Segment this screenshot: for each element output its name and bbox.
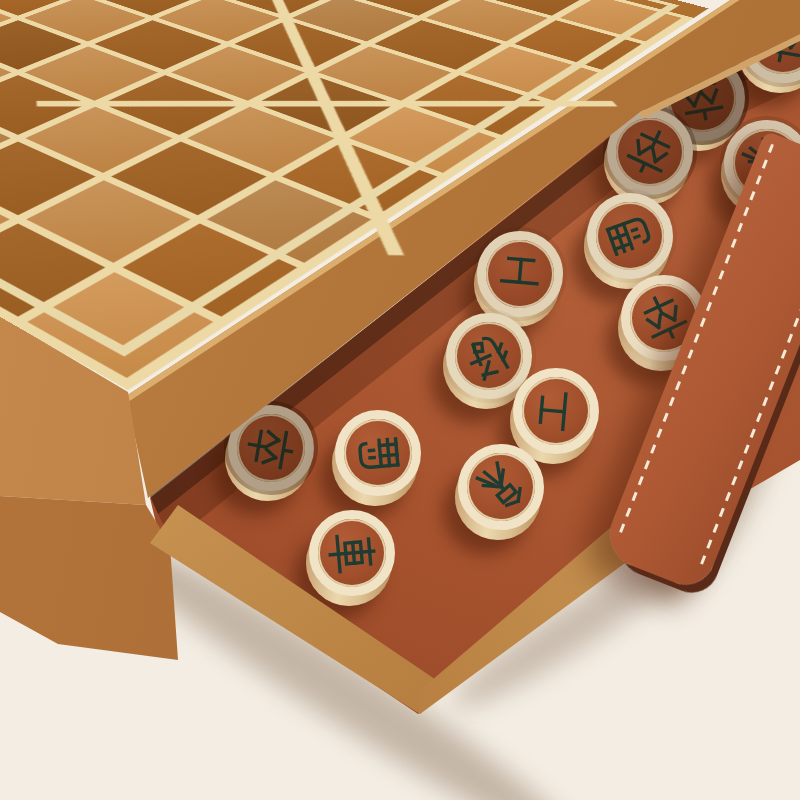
xiangqi-piece-馬 <box>335 410 421 496</box>
xiangqi-piece-車 <box>309 510 395 596</box>
xiangqi-piece-象 <box>458 444 544 530</box>
xiangqi-piece-士 <box>477 231 563 317</box>
product-photo-xiangqi-box <box>0 0 800 800</box>
xiangqi-piece-馬 <box>587 193 673 279</box>
xiangqi-piece-士 <box>513 368 599 454</box>
piece-shadow-overlay <box>583 189 677 283</box>
piece-shadow-overlay <box>473 227 567 321</box>
